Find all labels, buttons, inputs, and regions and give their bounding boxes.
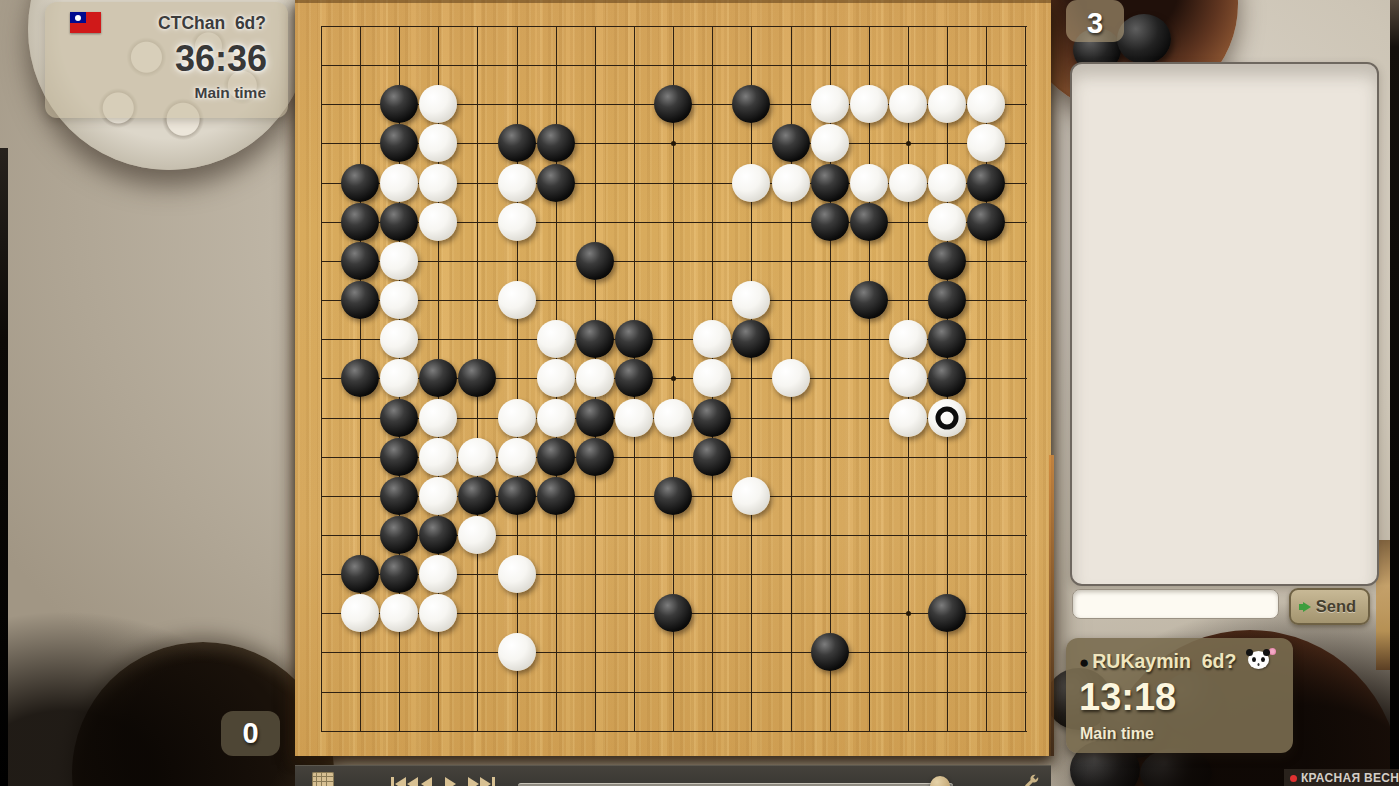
capture-count-bottom: 0 [221, 711, 280, 756]
black-stone [732, 85, 770, 123]
board-view-icon[interactable] [312, 772, 334, 786]
black-stone [380, 438, 418, 476]
black-stone [341, 555, 379, 593]
black-stone [693, 438, 731, 476]
grid-line [321, 652, 1027, 653]
panda-avatar[interactable] [1248, 651, 1269, 669]
white-stone [811, 85, 849, 123]
loose-black-stone [1117, 14, 1171, 64]
white-stone [772, 359, 810, 397]
white-stone [732, 281, 770, 319]
white-stone [498, 438, 536, 476]
settings-wrench-icon[interactable] [1022, 773, 1040, 786]
white-stone [615, 399, 653, 437]
black-stone [380, 399, 418, 437]
white-stone [732, 477, 770, 515]
white-stone [850, 85, 888, 123]
white-stone [458, 516, 496, 554]
black-stone [811, 633, 849, 671]
black-stone [341, 359, 379, 397]
black-stone [380, 555, 418, 593]
white-stone [458, 438, 496, 476]
send-button-label: Send [1316, 597, 1356, 616]
black-stone [341, 203, 379, 241]
black-stone [928, 320, 966, 358]
white-stone [498, 203, 536, 241]
black-stone [380, 203, 418, 241]
black-stone [576, 438, 614, 476]
white-stone [811, 124, 849, 162]
black-stone-dot: ● [1079, 653, 1089, 673]
white-stone [419, 555, 457, 593]
white-stone [967, 85, 1005, 123]
white-player-name: CTChan 6d? [158, 13, 266, 34]
black-stone [850, 203, 888, 241]
black-stone [341, 242, 379, 280]
white-stone [732, 164, 770, 202]
bottom-toolbar [295, 765, 1051, 786]
avatar-accent [1269, 648, 1276, 655]
black-stone [419, 516, 457, 554]
star-point [906, 141, 911, 146]
black-player-panel: ●RUKaymin 6d? 13:18 Main time [1066, 638, 1293, 753]
black-player-name: ●RUKaymin 6d? [1079, 650, 1236, 673]
send-button[interactable]: Send [1289, 588, 1370, 625]
white-stone [380, 359, 418, 397]
star-point [906, 611, 911, 616]
game-screen: 3 0 CTChan 6d? 36:36 Main time Send ●RUK… [0, 0, 1399, 786]
black-stone [380, 85, 418, 123]
black-stone [458, 477, 496, 515]
black-stone [772, 124, 810, 162]
black-stone [732, 320, 770, 358]
white-player-clock: 36:36 [175, 38, 267, 80]
white-player-panel: CTChan 6d? 36:36 Main time [45, 2, 288, 118]
black-stone [576, 320, 614, 358]
black-stone [850, 281, 888, 319]
black-stone [928, 359, 966, 397]
goban-grid [321, 26, 1027, 732]
black-stone [693, 399, 731, 437]
white-stone [498, 281, 536, 319]
capture-count-top: 3 [1066, 0, 1124, 42]
star-point [671, 376, 676, 381]
next-move-button[interactable] [445, 776, 456, 786]
white-stone [341, 594, 379, 632]
black-stone [576, 399, 614, 437]
rewind-icon [395, 777, 406, 786]
send-arrow-icon [1303, 602, 1311, 612]
black-stone [811, 164, 849, 202]
black-stone [380, 516, 418, 554]
move-slider-handle[interactable] [930, 776, 950, 786]
black-stone [928, 281, 966, 319]
go-to-start-button[interactable] [391, 776, 418, 786]
white-stone [419, 203, 457, 241]
chat-log [1070, 62, 1379, 586]
grid-line [321, 692, 1027, 693]
black-stone [811, 203, 849, 241]
white-stone [419, 594, 457, 632]
black-stone [654, 85, 692, 123]
black-stone [380, 124, 418, 162]
black-stone [615, 359, 653, 397]
go-to-end-button[interactable] [468, 776, 495, 786]
star-point [671, 141, 676, 146]
white-stone [967, 124, 1005, 162]
white-stone [419, 124, 457, 162]
previous-move-button[interactable] [421, 776, 432, 786]
black-stone [576, 242, 614, 280]
photo-edge-left [0, 148, 8, 786]
white-stone [850, 164, 888, 202]
black-stone [967, 203, 1005, 241]
white-stone [380, 242, 418, 280]
black-stone [341, 281, 379, 319]
start-bar-icon [391, 777, 394, 786]
black-stone [458, 359, 496, 397]
black-stone [537, 164, 575, 202]
white-stone [498, 164, 536, 202]
white-stone [928, 164, 966, 202]
white-stone [419, 399, 457, 437]
black-clock-label: Main time [1080, 725, 1154, 743]
photo-edge-right [1390, 0, 1399, 786]
white-stone [693, 359, 731, 397]
forward-icon [480, 777, 491, 786]
watermark: КРАСНАЯ ВЕСНА [1284, 769, 1399, 786]
white-stone [928, 85, 966, 123]
chat-input[interactable] [1072, 589, 1279, 619]
white-stone [889, 359, 927, 397]
white-stone [537, 359, 575, 397]
white-stone [889, 399, 927, 437]
black-stone [654, 477, 692, 515]
white-stone [889, 85, 927, 123]
white-stone [419, 438, 457, 476]
previous-icon [421, 777, 432, 786]
black-stone [498, 124, 536, 162]
last-move-marker [936, 406, 959, 429]
taiwan-flag-icon [70, 12, 101, 33]
white-stone [419, 85, 457, 123]
grid-line [751, 26, 752, 732]
goban[interactable] [295, 0, 1051, 756]
black-player-clock: 13:18 [1079, 676, 1176, 719]
black-stone [615, 320, 653, 358]
white-stone [654, 399, 692, 437]
forward-icon [468, 777, 479, 786]
white-clock-label: Main time [195, 84, 266, 102]
white-stone [576, 359, 614, 397]
white-stone [419, 164, 457, 202]
black-stone [419, 359, 457, 397]
next-icon [445, 777, 456, 786]
white-stone [380, 281, 418, 319]
rewind-icon [407, 777, 418, 786]
black-stone [537, 477, 575, 515]
white-stone [380, 164, 418, 202]
white-stone [772, 164, 810, 202]
black-stone [537, 124, 575, 162]
white-stone [419, 477, 457, 515]
white-stone [380, 594, 418, 632]
black-stone [537, 438, 575, 476]
white-stone [498, 555, 536, 593]
white-stone [693, 320, 731, 358]
black-stone [498, 477, 536, 515]
black-stone [928, 242, 966, 280]
white-stone [928, 203, 966, 241]
end-bar-icon [492, 777, 495, 786]
grid-line [321, 731, 1027, 732]
white-stone [498, 633, 536, 671]
grid-line [1025, 26, 1026, 732]
black-stone [967, 164, 1005, 202]
white-stone [498, 399, 536, 437]
black-stone [341, 164, 379, 202]
white-stone [889, 320, 927, 358]
white-stone [537, 320, 575, 358]
black-stone [928, 594, 966, 632]
white-stone [889, 164, 927, 202]
white-stone [537, 399, 575, 437]
black-stone [654, 594, 692, 632]
black-stone [380, 477, 418, 515]
grid-line [869, 26, 870, 732]
white-stone [380, 320, 418, 358]
white-stone [928, 399, 966, 437]
